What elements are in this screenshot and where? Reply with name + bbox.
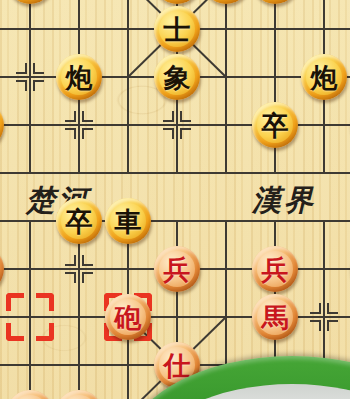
piece-black-cannon-c2[interactable]: 炮 (56, 54, 102, 100)
piece-character: 兵 (257, 251, 293, 287)
piece-character: 車 (110, 203, 146, 239)
piece-character: 象 (159, 59, 195, 95)
piece-black-elephant-e2[interactable]: 象 (154, 54, 200, 100)
piece-red-soldier-g6[interactable]: 兵 (252, 246, 298, 292)
piece-character: 馬 (257, 299, 293, 335)
piece-black-advisor-e1[interactable]: 士 (154, 6, 200, 52)
piece-red-soldier-e6[interactable]: 兵 (154, 246, 200, 292)
lastmove-bracket-b7 (6, 293, 54, 341)
point-marker-h7 (310, 303, 338, 331)
point-marker-e3 (163, 111, 191, 139)
piece-character: 卒 (61, 203, 97, 239)
point-marker-c3 (65, 111, 93, 139)
piece-character: 兵 (159, 251, 195, 287)
piece-black-soldier-c5[interactable]: 卒 (56, 198, 102, 244)
point-marker-b2 (16, 63, 44, 91)
point-marker-c6 (65, 255, 93, 283)
piece-red-cannon-d7[interactable]: 砲 (105, 294, 151, 340)
piece-black-chariot-d5[interactable]: 車 (105, 198, 151, 244)
piece-black-cannon-h2[interactable]: 炮 (301, 54, 347, 100)
piece-character: 炮 (306, 59, 342, 95)
xiangqi-board[interactable]: 楚河 漢界 馬將士象士炮象炮卒卒卒卒車兵兵兵兵砲馬仕馬相 (0, 0, 350, 399)
river-label-han-jie: 漢界 (252, 181, 316, 215)
piece-character: 炮 (61, 59, 97, 95)
piece-character: 相 (61, 395, 97, 399)
piece-character: 卒 (257, 107, 293, 143)
piece-character: 砲 (110, 299, 146, 335)
piece-black-soldier-g3[interactable]: 卒 (252, 102, 298, 148)
piece-red-horse-g7[interactable]: 馬 (252, 294, 298, 340)
green-button-inner (150, 384, 350, 399)
piece-character: 士 (159, 11, 195, 47)
piece-character: 馬 (12, 395, 48, 399)
